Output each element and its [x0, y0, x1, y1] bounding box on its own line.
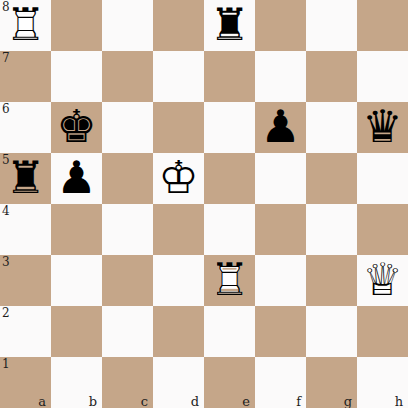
square-c6[interactable]: [102, 102, 153, 153]
square-c7[interactable]: [102, 51, 153, 102]
file-label-b: b: [89, 394, 97, 408]
piece-black-pawn[interactable]: ♟: [255, 102, 306, 153]
white-queen-icon: ♕: [357, 255, 408, 306]
black-rook-icon: ♜: [204, 0, 255, 51]
square-a5[interactable]: 5♜: [0, 153, 51, 204]
square-h3[interactable]: ♛♕: [357, 255, 408, 306]
square-h2[interactable]: [357, 306, 408, 357]
square-b6[interactable]: ♚: [51, 102, 102, 153]
square-c5[interactable]: [102, 153, 153, 204]
piece-white-queen[interactable]: ♛♕: [357, 255, 408, 306]
square-a1[interactable]: 1a: [0, 357, 51, 408]
square-e2[interactable]: [204, 306, 255, 357]
file-label-c: c: [141, 394, 148, 408]
square-b3[interactable]: [51, 255, 102, 306]
rank-label-3: 3: [2, 255, 10, 269]
square-e6[interactable]: [204, 102, 255, 153]
square-a2[interactable]: 2: [0, 306, 51, 357]
rank-label-1: 1: [2, 357, 10, 371]
square-c3[interactable]: [102, 255, 153, 306]
piece-black-queen[interactable]: ♛: [357, 102, 408, 153]
white-king-icon: ♔: [153, 153, 204, 204]
rank-label-2: 2: [2, 306, 10, 320]
square-g5[interactable]: [306, 153, 357, 204]
square-h6[interactable]: ♛: [357, 102, 408, 153]
square-f1[interactable]: f: [255, 357, 306, 408]
piece-white-rook[interactable]: ♜♖: [204, 255, 255, 306]
square-b7[interactable]: [51, 51, 102, 102]
square-a7[interactable]: 7: [0, 51, 51, 102]
file-label-f: f: [296, 394, 301, 408]
square-f6[interactable]: ♟: [255, 102, 306, 153]
square-c8[interactable]: [102, 0, 153, 51]
square-e4[interactable]: [204, 204, 255, 255]
square-f4[interactable]: [255, 204, 306, 255]
piece-white-king[interactable]: ♚♔: [153, 153, 204, 204]
white-rook-icon: ♖: [0, 0, 51, 51]
piece-white-rook[interactable]: ♜♖: [0, 0, 51, 51]
square-d5[interactable]: ♚♔: [153, 153, 204, 204]
square-b5[interactable]: ♟: [51, 153, 102, 204]
square-d2[interactable]: [153, 306, 204, 357]
file-label-g: g: [344, 394, 352, 408]
square-a8[interactable]: 8♜♖: [0, 0, 51, 51]
white-rook-icon: ♖: [204, 255, 255, 306]
file-label-h: h: [395, 394, 403, 408]
piece-black-rook[interactable]: ♜: [0, 153, 51, 204]
square-a6[interactable]: 6: [0, 102, 51, 153]
square-g6[interactable]: [306, 102, 357, 153]
file-label-e: e: [242, 394, 250, 408]
square-f7[interactable]: [255, 51, 306, 102]
piece-black-king[interactable]: ♚: [51, 102, 102, 153]
square-e3[interactable]: ♜♖: [204, 255, 255, 306]
piece-black-pawn[interactable]: ♟: [51, 153, 102, 204]
square-d3[interactable]: [153, 255, 204, 306]
square-g3[interactable]: [306, 255, 357, 306]
chess-board-wrapper: 8♜♖♜76♚♟♛5♜♟♚♔43♜♖♛♕21abcdefgh: [0, 0, 408, 408]
square-d6[interactable]: [153, 102, 204, 153]
file-label-d: d: [191, 394, 199, 408]
square-b4[interactable]: [51, 204, 102, 255]
square-e1[interactable]: e: [204, 357, 255, 408]
square-f2[interactable]: [255, 306, 306, 357]
square-d8[interactable]: [153, 0, 204, 51]
file-label-a: a: [38, 394, 46, 408]
square-a4[interactable]: 4: [0, 204, 51, 255]
square-h8[interactable]: [357, 0, 408, 51]
black-pawn-icon: ♟: [51, 153, 102, 204]
square-f8[interactable]: [255, 0, 306, 51]
black-pawn-icon: ♟: [255, 102, 306, 153]
square-e7[interactable]: [204, 51, 255, 102]
square-d1[interactable]: d: [153, 357, 204, 408]
square-h7[interactable]: [357, 51, 408, 102]
rank-label-4: 4: [2, 204, 10, 218]
square-g2[interactable]: [306, 306, 357, 357]
square-h4[interactable]: [357, 204, 408, 255]
square-a3[interactable]: 3: [0, 255, 51, 306]
square-h1[interactable]: h: [357, 357, 408, 408]
rank-label-7: 7: [2, 51, 10, 65]
square-c1[interactable]: c: [102, 357, 153, 408]
rank-label-6: 6: [2, 102, 10, 116]
square-c4[interactable]: [102, 204, 153, 255]
square-f5[interactable]: [255, 153, 306, 204]
square-d7[interactable]: [153, 51, 204, 102]
chess-board: 8♜♖♜76♚♟♛5♜♟♚♔43♜♖♛♕21abcdefgh: [0, 0, 408, 408]
square-e5[interactable]: [204, 153, 255, 204]
square-c2[interactable]: [102, 306, 153, 357]
square-b2[interactable]: [51, 306, 102, 357]
square-b8[interactable]: [51, 0, 102, 51]
black-king-icon: ♚: [51, 102, 102, 153]
square-f3[interactable]: [255, 255, 306, 306]
square-h5[interactable]: [357, 153, 408, 204]
piece-black-rook[interactable]: ♜: [204, 0, 255, 51]
square-g1[interactable]: g: [306, 357, 357, 408]
square-d4[interactable]: [153, 204, 204, 255]
black-queen-icon: ♛: [357, 102, 408, 153]
square-g4[interactable]: [306, 204, 357, 255]
square-g7[interactable]: [306, 51, 357, 102]
square-e8[interactable]: ♜: [204, 0, 255, 51]
square-b1[interactable]: b: [51, 357, 102, 408]
square-g8[interactable]: [306, 0, 357, 51]
black-rook-icon: ♜: [0, 153, 51, 204]
